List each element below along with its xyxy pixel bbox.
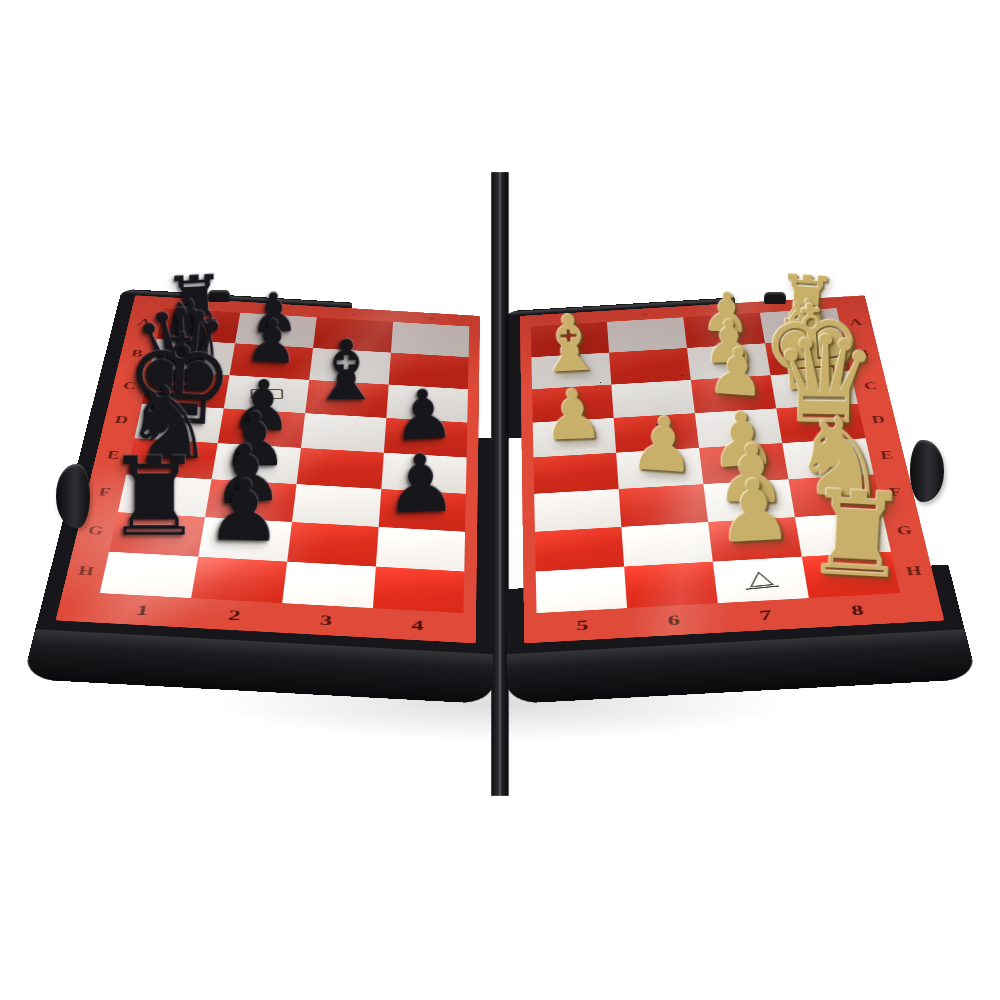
- white-rook-8H: ♜: [789, 474, 925, 598]
- square-2A: [235, 313, 317, 348]
- square-3A: [313, 317, 393, 352]
- square-4C: [386, 385, 468, 423]
- square-6A: [607, 317, 687, 352]
- square-6B: [609, 348, 691, 385]
- square-5C: [532, 385, 614, 423]
- row-label-A: A: [836, 306, 875, 338]
- board-half-right: 5678 5678 ABCDEFGH ♜♞♚♛♞♜♝♟♟♟♟♟♟♟♟△: [505, 289, 977, 704]
- square-2B: [229, 343, 313, 380]
- square-1A: [157, 308, 241, 343]
- row-label-B: B: [843, 337, 883, 371]
- square-5B: [531, 353, 611, 390]
- square-5A: [531, 322, 609, 357]
- row-label-A: A: [125, 306, 164, 338]
- square-8B: [765, 339, 850, 376]
- square-7A: [683, 313, 765, 348]
- black-pawn-4F: ♟: [358, 442, 484, 526]
- square-8A: [760, 308, 844, 343]
- hinge: [491, 172, 508, 796]
- square-4B: [389, 353, 469, 390]
- far-edge-latch-left: [208, 290, 230, 302]
- brand-stamp-7H: △: [741, 566, 779, 590]
- square-3B: [309, 348, 391, 385]
- product-photo-chess-set: 1234 1234 ABCDEFGH ♜♞♛♚♞♜♝♟♟♟♟♟♟♟♟ 5678 …: [0, 0, 1000, 1000]
- far-edge-latch-right: [764, 292, 786, 304]
- open-board: 1234 1234 ABCDEFGH ♜♞♛♚♞♜♝♟♟♟♟♟♟♟♟ 5678 …: [80, 147, 920, 823]
- square-4A: [391, 322, 469, 357]
- board-half-left: 1234 1234 ABCDEFGH ♜♞♛♚♞♜♝♟♟♟♟♟♟♟♟: [23, 289, 495, 704]
- black-rook-1G: ♜: [91, 443, 218, 552]
- square-7B: [687, 343, 771, 380]
- fold-clasp-left: [56, 464, 90, 528]
- fold-clasp-right: [910, 440, 944, 502]
- square-3C: [305, 380, 389, 418]
